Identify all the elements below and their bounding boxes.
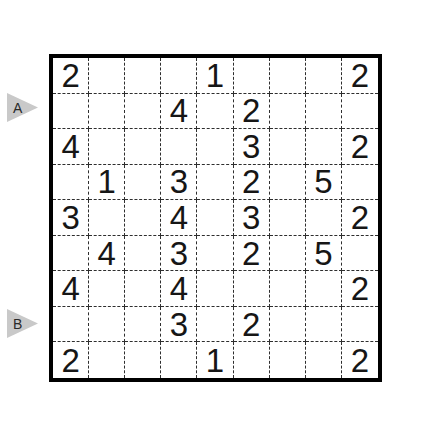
empty-cell-r7c5 [197, 271, 233, 307]
clue-number: 3 [242, 201, 260, 234]
clue-number: 2 [61, 344, 79, 377]
empty-cell-r4c7 [270, 165, 306, 201]
empty-cell-r5c5 [197, 200, 233, 236]
clue-cell-r5c9: 2 [342, 200, 378, 236]
empty-cell-r9c4 [161, 342, 197, 378]
empty-cell-r5c8 [306, 200, 342, 236]
clue-number: 3 [170, 308, 188, 341]
clue-cell-r4c8: 5 [306, 165, 342, 201]
empty-cell-r7c8 [306, 271, 342, 307]
clue-cell-r5c4: 4 [161, 200, 197, 236]
clue-cell-r3c9: 2 [342, 129, 378, 165]
clue-cell-r9c1: 2 [53, 342, 89, 378]
clue-number: 4 [61, 272, 79, 305]
clue-cell-r3c1: 4 [53, 129, 89, 165]
clue-cell-r1c1: 2 [53, 58, 89, 94]
empty-cell-r1c6 [234, 58, 270, 94]
clue-number: 2 [351, 130, 369, 163]
row-marker-b: B [7, 309, 38, 338]
empty-cell-r6c5 [197, 236, 233, 272]
empty-cell-r3c7 [270, 129, 306, 165]
empty-cell-r7c6 [234, 271, 270, 307]
clue-cell-r8c4: 3 [161, 307, 197, 343]
row-marker-a: A [7, 93, 38, 122]
empty-cell-r6c9 [342, 236, 378, 272]
clue-number: 4 [170, 272, 188, 305]
clue-number: 4 [170, 201, 188, 234]
empty-cell-r2c8 [306, 94, 342, 130]
empty-cell-r3c4 [161, 129, 197, 165]
empty-cell-r5c3 [125, 200, 161, 236]
empty-cell-r1c3 [125, 58, 161, 94]
empty-cell-r9c7 [270, 342, 306, 378]
empty-cell-r1c7 [270, 58, 306, 94]
empty-cell-r6c1 [53, 236, 89, 272]
clue-number: 3 [170, 237, 188, 270]
clue-cell-r6c6: 2 [234, 236, 270, 272]
clue-cell-r6c8: 5 [306, 236, 342, 272]
clue-cell-r1c9: 2 [342, 58, 378, 94]
empty-cell-r2c7 [270, 94, 306, 130]
empty-cell-r2c9 [342, 94, 378, 130]
clue-cell-r6c4: 3 [161, 236, 197, 272]
clue-number: 3 [242, 130, 260, 163]
clue-number: 2 [351, 59, 369, 92]
clue-number: 2 [242, 94, 260, 127]
empty-cell-r4c9 [342, 165, 378, 201]
empty-cell-r8c5 [197, 307, 233, 343]
clue-number: 4 [61, 130, 79, 163]
empty-cell-r2c1 [53, 94, 89, 130]
empty-cell-r7c2 [89, 271, 125, 307]
clue-number: 5 [314, 237, 332, 270]
clue-number: 2 [242, 165, 260, 198]
clue-cell-r9c5: 1 [197, 342, 233, 378]
row-marker-b-label: B [13, 317, 22, 331]
clue-number: 3 [170, 165, 188, 198]
clue-number: 1 [206, 59, 224, 92]
clue-number: 2 [242, 237, 260, 270]
puzzle-grid: 2124243213253432432544232212 [49, 54, 382, 382]
clue-number: 2 [351, 272, 369, 305]
empty-cell-r6c3 [125, 236, 161, 272]
clue-cell-r2c4: 4 [161, 94, 197, 130]
empty-cell-r1c2 [89, 58, 125, 94]
clue-number: 4 [97, 237, 115, 270]
empty-cell-r8c9 [342, 307, 378, 343]
clue-cell-r4c2: 1 [89, 165, 125, 201]
empty-cell-r8c1 [53, 307, 89, 343]
empty-cell-r8c8 [306, 307, 342, 343]
empty-cell-r2c2 [89, 94, 125, 130]
clue-number: 4 [170, 94, 188, 127]
clue-cell-r5c1: 3 [53, 200, 89, 236]
clue-cell-r2c6: 2 [234, 94, 270, 130]
clue-number: 2 [242, 308, 260, 341]
clue-cell-r8c6: 2 [234, 307, 270, 343]
empty-cell-r3c2 [89, 129, 125, 165]
clue-cell-r7c4: 4 [161, 271, 197, 307]
empty-cell-r2c3 [125, 94, 161, 130]
empty-cell-r8c3 [125, 307, 161, 343]
empty-cell-r5c2 [89, 200, 125, 236]
empty-cell-r7c7 [270, 271, 306, 307]
empty-cell-r1c4 [161, 58, 197, 94]
clue-cell-r3c6: 3 [234, 129, 270, 165]
empty-cell-r9c2 [89, 342, 125, 378]
empty-cell-r8c2 [89, 307, 125, 343]
empty-cell-r9c8 [306, 342, 342, 378]
clue-number: 2 [351, 201, 369, 234]
clue-cell-r4c6: 2 [234, 165, 270, 201]
clue-number: 3 [61, 201, 79, 234]
clue-cell-r7c9: 2 [342, 271, 378, 307]
empty-cell-r7c3 [125, 271, 161, 307]
empty-cell-r4c1 [53, 165, 89, 201]
empty-cell-r6c7 [270, 236, 306, 272]
clue-number: 1 [97, 165, 115, 198]
clue-cell-r9c9: 2 [342, 342, 378, 378]
clue-number: 1 [206, 344, 224, 377]
clue-cell-r1c5: 1 [197, 58, 233, 94]
clue-number: 2 [61, 59, 79, 92]
clue-number: 2 [351, 344, 369, 377]
empty-cell-r3c3 [125, 129, 161, 165]
row-marker-a-label: A [13, 101, 22, 115]
empty-cell-r3c5 [197, 129, 233, 165]
empty-cell-r5c7 [270, 200, 306, 236]
empty-cell-r4c3 [125, 165, 161, 201]
empty-cell-r9c3 [125, 342, 161, 378]
empty-cell-r2c5 [197, 94, 233, 130]
empty-cell-r8c7 [270, 307, 306, 343]
empty-cell-r9c6 [234, 342, 270, 378]
empty-cell-r4c5 [197, 165, 233, 201]
empty-cell-r1c8 [306, 58, 342, 94]
clue-cell-r5c6: 3 [234, 200, 270, 236]
clue-cell-r7c1: 4 [53, 271, 89, 307]
clue-cell-r4c4: 3 [161, 165, 197, 201]
clue-cell-r6c2: 4 [89, 236, 125, 272]
clue-number: 5 [314, 165, 332, 198]
empty-cell-r3c8 [306, 129, 342, 165]
